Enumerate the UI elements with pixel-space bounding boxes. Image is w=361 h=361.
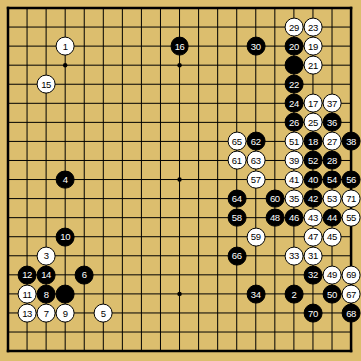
stone-white-21: 21: [304, 56, 323, 75]
move-number: 59: [251, 232, 261, 242]
move-number: 5: [101, 308, 106, 318]
stone-black-18: 18: [304, 132, 323, 151]
stone-black-62: 62: [246, 132, 265, 151]
stone-white-31: 31: [304, 246, 323, 265]
move-number: 18: [308, 137, 318, 147]
stone-black-36: 36: [323, 113, 342, 132]
stone-white-55: 55: [342, 208, 361, 227]
stone-white-61: 61: [227, 151, 246, 170]
stone-black-48: 48: [265, 208, 284, 227]
stone-black-28: 28: [323, 151, 342, 170]
stone-black-26: 26: [284, 113, 303, 132]
stone-white-1: 1: [56, 37, 75, 56]
move-number: 45: [327, 232, 337, 242]
stone-white-59: 59: [246, 227, 265, 246]
stone-black-52: 52: [304, 151, 323, 170]
move-number: 56: [346, 175, 356, 185]
stone-black-24: 24: [284, 94, 303, 113]
stone-black-34: 34: [246, 284, 265, 303]
move-number: 71: [346, 194, 356, 204]
move-number: 14: [41, 270, 51, 280]
move-number: 24: [289, 99, 299, 109]
stone-white-11: 11: [18, 284, 37, 303]
stone-white-33: 33: [284, 246, 303, 265]
move-number: 33: [289, 251, 299, 261]
move-number: 3: [44, 251, 49, 261]
move-number: 29: [289, 22, 299, 32]
move-number: 42: [308, 194, 318, 204]
stone-white-13: 13: [18, 304, 37, 323]
stone-black-16: 16: [170, 37, 189, 56]
stone-white-15: 15: [37, 75, 56, 94]
move-number: 15: [41, 79, 51, 89]
move-number: 16: [175, 41, 185, 51]
move-number: 61: [232, 156, 242, 166]
stone-white-25: 25: [304, 113, 323, 132]
stone-black-40: 40: [304, 170, 323, 189]
stone-black-68: 68: [342, 304, 361, 323]
move-number: 67: [346, 289, 356, 299]
stone-white-9: 9: [56, 304, 75, 323]
stone-black-20: 20: [284, 37, 303, 56]
move-number: 62: [251, 137, 261, 147]
stone-white-63: 63: [246, 151, 265, 170]
star-point: [177, 63, 181, 67]
stone-black-50: 50: [323, 284, 342, 303]
stone-black-44: 44: [323, 208, 342, 227]
move-number: 50: [327, 289, 337, 299]
stone-black-4: 4: [56, 170, 75, 189]
move-number: 68: [346, 308, 356, 318]
stone-black-2: 2: [284, 284, 303, 303]
move-number: 34: [251, 289, 261, 299]
stone-white-35: 35: [284, 189, 303, 208]
move-number: 64: [232, 194, 242, 204]
move-number: 19: [308, 41, 318, 51]
stone-black-70: 70: [304, 304, 323, 323]
move-number: 60: [270, 194, 280, 204]
stone-black-56: 56: [342, 170, 361, 189]
stone-white-71: 71: [342, 189, 361, 208]
stone-black-54: 54: [323, 170, 342, 189]
move-number: 2: [291, 289, 296, 299]
move-number: 31: [308, 251, 318, 261]
star-point: [177, 292, 181, 296]
move-number: 63: [251, 156, 261, 166]
move-number: 54: [327, 175, 337, 185]
move-number: 53: [327, 194, 337, 204]
move-number: 40: [308, 175, 318, 185]
move-number: 51: [289, 137, 299, 147]
move-number: 35: [289, 194, 299, 204]
stone-white-39: 39: [284, 151, 303, 170]
move-number: 9: [63, 308, 68, 318]
stone-white-51: 51: [284, 132, 303, 151]
move-number: 52: [308, 156, 318, 166]
stone-black-6: 6: [75, 265, 94, 284]
move-number: 58: [232, 213, 242, 223]
move-number: 30: [251, 41, 261, 51]
star-point: [63, 63, 67, 67]
stone-white-29: 29: [284, 18, 303, 37]
stone-black-10: 10: [56, 227, 75, 246]
stone-white-23: 23: [304, 18, 323, 37]
move-number: 49: [327, 270, 337, 280]
move-number: 70: [308, 308, 318, 318]
stone-black-12: 12: [18, 265, 37, 284]
move-number: 66: [232, 251, 242, 261]
stone-white-43: 43: [304, 208, 323, 227]
stone-white-67: 67: [342, 284, 361, 303]
stone-white-57: 57: [246, 170, 265, 189]
stone-black-42: 42: [304, 189, 323, 208]
move-number: 39: [289, 156, 299, 166]
move-number: 13: [22, 308, 32, 318]
move-number: 21: [308, 60, 318, 70]
move-number: 37: [327, 99, 337, 109]
handicap-stone-black: [56, 284, 75, 303]
move-number: 41: [289, 175, 299, 185]
move-number: 47: [308, 232, 318, 242]
move-number: 17: [308, 99, 318, 109]
stone-black-58: 58: [227, 208, 246, 227]
stone-white-19: 19: [304, 37, 323, 56]
stone-white-49: 49: [323, 265, 342, 284]
move-number: 12: [22, 270, 32, 280]
move-number: 38: [346, 137, 356, 147]
stone-black-46: 46: [284, 208, 303, 227]
move-number: 1: [63, 41, 68, 51]
move-number: 25: [308, 118, 318, 128]
stone-black-30: 30: [246, 37, 265, 56]
move-number: 23: [308, 22, 318, 32]
stone-white-45: 45: [323, 227, 342, 246]
stone-white-69: 69: [342, 265, 361, 284]
move-number: 26: [289, 118, 299, 128]
move-number: 43: [308, 213, 318, 223]
move-number: 65: [232, 137, 242, 147]
stone-white-17: 17: [304, 94, 323, 113]
stone-white-41: 41: [284, 170, 303, 189]
move-number: 7: [44, 308, 49, 318]
move-number: 10: [60, 232, 70, 242]
move-number: 11: [23, 289, 32, 299]
stone-black-38: 38: [342, 132, 361, 151]
move-number: 20: [289, 41, 299, 51]
stone-white-27: 27: [323, 132, 342, 151]
stone-black-64: 64: [227, 189, 246, 208]
stone-white-65: 65: [227, 132, 246, 151]
stone-white-53: 53: [323, 189, 342, 208]
star-point: [177, 177, 181, 181]
move-number: 55: [346, 213, 356, 223]
move-number: 27: [327, 137, 337, 147]
move-number: 36: [327, 118, 337, 128]
stone-black-22: 22: [284, 75, 303, 94]
move-number: 46: [289, 213, 299, 223]
stone-white-37: 37: [323, 94, 342, 113]
handicap-stone-black: [284, 56, 303, 75]
stone-white-3: 3: [37, 246, 56, 265]
stone-black-32: 32: [304, 265, 323, 284]
move-number: 48: [270, 213, 280, 223]
stone-black-60: 60: [265, 189, 284, 208]
move-number: 69: [346, 270, 356, 280]
move-number: 57: [251, 175, 261, 185]
move-number: 6: [82, 270, 87, 280]
stone-white-47: 47: [304, 227, 323, 246]
stone-black-66: 66: [227, 246, 246, 265]
move-number: 32: [308, 270, 318, 280]
move-number: 28: [327, 156, 337, 166]
stone-white-5: 5: [94, 304, 113, 323]
move-number: 22: [289, 79, 299, 89]
stone-white-7: 7: [37, 304, 56, 323]
go-board-diagram: 1234567891011121314151617181920212223242…: [0, 0, 361, 361]
stone-black-14: 14: [37, 265, 56, 284]
stone-black-8: 8: [37, 284, 56, 303]
move-number: 44: [327, 213, 337, 223]
move-number: 4: [63, 175, 68, 185]
move-number: 8: [44, 289, 49, 299]
